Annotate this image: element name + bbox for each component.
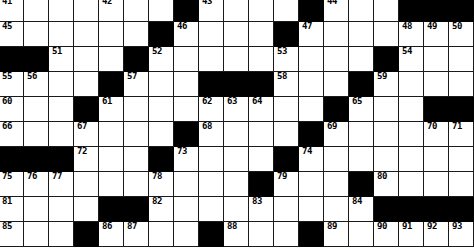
black-cell-r3-c4 <box>99 72 124 97</box>
cell-r9-c10[interactable] <box>249 222 274 247</box>
cell-r5-c3[interactable]: 67 <box>74 122 99 147</box>
cell-r1-c16[interactable]: 48 <box>399 22 424 47</box>
black-cell-r0-c18 <box>449 0 474 22</box>
cell-r2-c6[interactable]: 52 <box>149 47 174 72</box>
cell-r0-c13[interactable]: 44 <box>324 0 349 22</box>
cell-r4-c11[interactable] <box>274 97 299 122</box>
cell-r0-c1[interactable] <box>24 0 49 22</box>
cell-r5-c0[interactable]: 66 <box>0 122 24 147</box>
cell-r5-c4[interactable] <box>99 122 124 147</box>
cell-r9-c7[interactable] <box>174 222 199 247</box>
cell-r7-c7[interactable] <box>174 172 199 197</box>
cell-r5-c8[interactable]: 68 <box>199 122 224 147</box>
clue-number-72: 72 <box>77 147 87 156</box>
cell-r2-c3[interactable] <box>74 47 99 72</box>
cell-r5-c9[interactable] <box>224 122 249 147</box>
cell-r4-c14[interactable]: 65 <box>349 97 374 122</box>
clue-number-56: 56 <box>27 72 37 81</box>
black-cell-r4-c3 <box>74 97 99 122</box>
cell-r6-c4[interactable] <box>99 147 124 172</box>
clue-number-86: 86 <box>102 222 112 231</box>
cell-r1-c5[interactable] <box>124 22 149 47</box>
cell-r1-c2[interactable] <box>49 22 74 47</box>
black-cell-r7-c10 <box>249 172 274 197</box>
cell-r4-c0[interactable]: 60 <box>0 97 24 122</box>
cell-r9-c4[interactable]: 86 <box>99 222 124 247</box>
cell-r8-c1[interactable] <box>24 197 49 222</box>
cell-r6-c10[interactable] <box>249 147 274 172</box>
cell-r9-c6[interactable] <box>149 222 174 247</box>
cell-r6-c16[interactable] <box>399 147 424 172</box>
black-cell-r8-c15 <box>374 197 399 222</box>
cell-r2-c16[interactable]: 54 <box>399 47 424 72</box>
cell-r3-c13[interactable] <box>324 72 349 97</box>
cell-r3-c3[interactable] <box>74 72 99 97</box>
cell-r1-c8[interactable] <box>199 22 224 47</box>
cell-r9-c2[interactable] <box>49 222 74 247</box>
cell-r8-c9[interactable] <box>224 197 249 222</box>
black-cell-r1-c11 <box>274 22 299 47</box>
cell-r2-c7[interactable] <box>174 47 199 72</box>
black-cell-r5-c12 <box>299 122 324 147</box>
clue-number-80: 80 <box>377 172 387 181</box>
clue-number-59: 59 <box>377 72 387 81</box>
black-cell-r0-c12 <box>299 0 324 22</box>
cell-r6-c3[interactable]: 72 <box>74 147 99 172</box>
clue-number-57: 57 <box>127 72 137 81</box>
black-cell-r2-c15 <box>374 47 399 72</box>
cell-r0-c5[interactable] <box>124 0 149 22</box>
black-cell-r8-c18 <box>449 197 474 222</box>
cell-r1-c18[interactable]: 50 <box>449 22 474 47</box>
clue-number-52: 52 <box>152 47 162 56</box>
clue-number-92: 92 <box>427 222 437 231</box>
cell-r2-c4[interactable] <box>99 47 124 72</box>
cell-r8-c11[interactable] <box>274 197 299 222</box>
cell-r9-c5[interactable]: 87 <box>124 222 149 247</box>
cell-r3-c6[interactable] <box>149 72 174 97</box>
black-cell-r8-c5 <box>124 197 149 222</box>
cell-r0-c4[interactable]: 42 <box>99 0 124 22</box>
cell-r7-c13[interactable] <box>324 172 349 197</box>
cell-r5-c16[interactable] <box>399 122 424 147</box>
clue-number-68: 68 <box>202 122 212 131</box>
clue-number-58: 58 <box>277 72 287 81</box>
cell-r0-c3[interactable] <box>74 0 99 22</box>
crossword-grid: 4142434445464748495051525354555657585960… <box>0 0 474 247</box>
crossword-viewport: 4142434445464748495051525354555657585960… <box>0 0 474 248</box>
cell-r8-c0[interactable]: 81 <box>0 197 24 222</box>
black-cell-r2-c1 <box>24 47 49 72</box>
cell-r7-c9[interactable] <box>224 172 249 197</box>
cell-r1-c4[interactable] <box>99 22 124 47</box>
cell-r8-c12[interactable] <box>299 197 324 222</box>
cell-r6-c8[interactable] <box>199 147 224 172</box>
cell-r4-c2[interactable] <box>49 97 74 122</box>
cell-r8-c13[interactable] <box>324 197 349 222</box>
cell-r0-c15[interactable] <box>374 0 399 22</box>
black-cell-r6-c11 <box>274 147 299 172</box>
black-cell-r6-c6 <box>149 147 174 172</box>
cell-r5-c2[interactable] <box>49 122 74 147</box>
cell-r5-c17[interactable]: 70 <box>424 122 449 147</box>
clue-number-76: 76 <box>27 172 37 181</box>
cell-r2-c14[interactable] <box>349 47 374 72</box>
clue-number-93: 93 <box>452 222 462 231</box>
cell-r8-c2[interactable] <box>49 197 74 222</box>
cell-r6-c9[interactable] <box>224 147 249 172</box>
cell-r8-c6[interactable]: 82 <box>149 197 174 222</box>
cell-r0-c8[interactable]: 43 <box>199 0 224 22</box>
cell-r3-c11[interactable]: 58 <box>274 72 299 97</box>
cell-r2-c2[interactable]: 51 <box>49 47 74 72</box>
clue-number-55: 55 <box>2 72 12 81</box>
black-cell-r8-c17 <box>424 197 449 222</box>
cell-r6-c14[interactable] <box>349 147 374 172</box>
black-cell-r4-c17 <box>424 97 449 122</box>
cell-r7-c0[interactable]: 75 <box>0 172 24 197</box>
cell-r3-c16[interactable] <box>399 72 424 97</box>
cell-r2-c12[interactable] <box>299 47 324 72</box>
clue-number-82: 82 <box>152 197 162 206</box>
clue-number-90: 90 <box>377 222 387 231</box>
cell-r3-c17[interactable] <box>424 72 449 97</box>
cell-r8-c8[interactable] <box>199 197 224 222</box>
cell-r7-c6[interactable]: 78 <box>149 172 174 197</box>
cell-r9-c0[interactable]: 85 <box>0 222 24 247</box>
clue-number-84: 84 <box>352 197 362 206</box>
cell-r3-c0[interactable]: 55 <box>0 72 24 97</box>
black-cell-r4-c18 <box>449 97 474 122</box>
cell-r0-c6[interactable] <box>149 0 174 22</box>
black-cell-r1-c6 <box>149 22 174 47</box>
clue-number-78: 78 <box>152 172 162 181</box>
cell-r4-c5[interactable] <box>124 97 149 122</box>
cell-r1-c7[interactable]: 46 <box>174 22 199 47</box>
cell-r3-c18[interactable] <box>449 72 474 97</box>
clue-number-44: 44 <box>327 0 337 6</box>
cell-r3-c15[interactable]: 59 <box>374 72 399 97</box>
cell-r9-c15[interactable]: 90 <box>374 222 399 247</box>
clue-number-87: 87 <box>127 222 137 231</box>
cell-r8-c14[interactable]: 84 <box>349 197 374 222</box>
cell-r1-c13[interactable] <box>324 22 349 47</box>
cell-r4-c15[interactable] <box>374 97 399 122</box>
cell-r4-c16[interactable] <box>399 97 424 122</box>
clue-number-42: 42 <box>102 0 112 6</box>
cell-r4-c9[interactable]: 63 <box>224 97 249 122</box>
clue-number-77: 77 <box>52 172 62 181</box>
clue-number-47: 47 <box>302 22 312 31</box>
cell-r5-c1[interactable] <box>24 122 49 147</box>
cell-r3-c7[interactable] <box>174 72 199 97</box>
black-cell-r3-c10 <box>249 72 274 97</box>
clue-number-69: 69 <box>327 122 337 131</box>
cell-r6-c5[interactable] <box>124 147 149 172</box>
cell-r1-c0[interactable]: 45 <box>0 22 24 47</box>
cell-r2-c10[interactable] <box>249 47 274 72</box>
cell-r9-c1[interactable] <box>24 222 49 247</box>
cell-r2-c13[interactable] <box>324 47 349 72</box>
clue-number-71: 71 <box>452 122 462 131</box>
cell-r1-c1[interactable] <box>24 22 49 47</box>
black-cell-r6-c1 <box>24 147 49 172</box>
cell-r0-c0[interactable]: 41 <box>0 0 24 22</box>
cell-r6-c12[interactable]: 74 <box>299 147 324 172</box>
cell-r7-c3[interactable] <box>74 172 99 197</box>
cell-r6-c13[interactable] <box>324 147 349 172</box>
cell-r0-c2[interactable] <box>49 0 74 22</box>
cell-r5-c14[interactable] <box>349 122 374 147</box>
cell-r7-c2[interactable]: 77 <box>49 172 74 197</box>
clue-number-41: 41 <box>2 0 12 6</box>
cell-r4-c10[interactable]: 64 <box>249 97 274 122</box>
cell-r2-c18[interactable] <box>449 47 474 72</box>
cell-r7-c12[interactable] <box>299 172 324 197</box>
black-cell-r3-c8 <box>199 72 224 97</box>
cell-r2-c11[interactable]: 53 <box>274 47 299 72</box>
clue-number-50: 50 <box>452 22 462 31</box>
black-cell-r5-c7 <box>174 122 199 147</box>
black-cell-r6-c2 <box>49 147 74 172</box>
clue-number-85: 85 <box>2 222 12 231</box>
black-cell-r8-c4 <box>99 197 124 222</box>
clue-number-53: 53 <box>277 47 287 56</box>
clue-number-81: 81 <box>2 197 12 206</box>
cell-r5-c18[interactable]: 71 <box>449 122 474 147</box>
cell-r3-c5[interactable]: 57 <box>124 72 149 97</box>
cell-r4-c12[interactable] <box>299 97 324 122</box>
cell-r3-c12[interactable] <box>299 72 324 97</box>
cell-r7-c1[interactable]: 76 <box>24 172 49 197</box>
black-cell-r2-c0 <box>0 47 24 72</box>
cell-r9-c11[interactable] <box>274 222 299 247</box>
cell-r0-c14[interactable] <box>349 0 374 22</box>
clue-number-48: 48 <box>402 22 412 31</box>
black-cell-r6-c0 <box>0 147 24 172</box>
cell-r7-c18[interactable] <box>449 172 474 197</box>
clue-number-83: 83 <box>252 197 262 206</box>
cell-r2-c8[interactable] <box>199 47 224 72</box>
clue-number-63: 63 <box>227 97 237 106</box>
cell-r0-c11[interactable] <box>274 0 299 22</box>
cell-r8-c10[interactable]: 83 <box>249 197 274 222</box>
black-cell-r9-c8 <box>199 222 224 247</box>
clue-number-73: 73 <box>177 147 187 156</box>
cell-r5-c6[interactable] <box>149 122 174 147</box>
clue-number-70: 70 <box>427 122 437 131</box>
clue-number-46: 46 <box>177 22 187 31</box>
cell-r4-c6[interactable] <box>149 97 174 122</box>
black-cell-r0-c17 <box>424 0 449 22</box>
clue-number-79: 79 <box>277 172 287 181</box>
cell-r1-c10[interactable] <box>249 22 274 47</box>
cell-r1-c14[interactable] <box>349 22 374 47</box>
cell-r7-c5[interactable] <box>124 172 149 197</box>
cell-r7-c15[interactable]: 80 <box>374 172 399 197</box>
cell-r6-c17[interactable] <box>424 147 449 172</box>
cell-r2-c17[interactable] <box>424 47 449 72</box>
cell-r9-c13[interactable]: 89 <box>324 222 349 247</box>
clue-number-62: 62 <box>202 97 212 106</box>
cell-r9-c16[interactable]: 91 <box>399 222 424 247</box>
cell-r9-c18[interactable]: 93 <box>449 222 474 247</box>
clue-number-74: 74 <box>302 147 312 156</box>
cell-r1-c17[interactable]: 49 <box>424 22 449 47</box>
cell-r4-c8[interactable]: 62 <box>199 97 224 122</box>
cell-r3-c1[interactable]: 56 <box>24 72 49 97</box>
black-cell-r7-c14 <box>349 172 374 197</box>
cell-r4-c7[interactable] <box>174 97 199 122</box>
clue-number-60: 60 <box>2 97 12 106</box>
clue-number-89: 89 <box>327 222 337 231</box>
cell-r4-c1[interactable] <box>24 97 49 122</box>
cell-r9-c17[interactable]: 92 <box>424 222 449 247</box>
cell-r1-c3[interactable] <box>74 22 99 47</box>
clue-number-65: 65 <box>352 97 362 106</box>
cell-r0-c9[interactable] <box>224 0 249 22</box>
black-cell-r9-c12 <box>299 222 324 247</box>
clue-number-43: 43 <box>202 0 212 6</box>
black-cell-r8-c16 <box>399 197 424 222</box>
cell-r7-c17[interactable] <box>424 172 449 197</box>
cell-r5-c15[interactable] <box>374 122 399 147</box>
cell-r6-c18[interactable] <box>449 147 474 172</box>
cell-r1-c9[interactable] <box>224 22 249 47</box>
clue-number-88: 88 <box>227 222 237 231</box>
cell-r7-c8[interactable] <box>199 172 224 197</box>
clue-number-45: 45 <box>2 22 12 31</box>
clue-number-64: 64 <box>252 97 262 106</box>
clue-number-91: 91 <box>402 222 412 231</box>
black-cell-r0-c16 <box>399 0 424 22</box>
cell-r7-c4[interactable] <box>99 172 124 197</box>
clue-number-67: 67 <box>77 122 87 131</box>
cell-r6-c15[interactable] <box>374 147 399 172</box>
cell-r9-c9[interactable]: 88 <box>224 222 249 247</box>
clue-number-49: 49 <box>427 22 437 31</box>
cell-r5-c5[interactable] <box>124 122 149 147</box>
cell-r7-c16[interactable] <box>399 172 424 197</box>
black-cell-r0-c7 <box>174 0 199 22</box>
clue-number-51: 51 <box>52 47 62 56</box>
cell-r7-c11[interactable]: 79 <box>274 172 299 197</box>
cell-r4-c4[interactable]: 61 <box>99 97 124 122</box>
black-cell-r9-c3 <box>74 222 99 247</box>
clue-number-75: 75 <box>2 172 12 181</box>
clue-number-61: 61 <box>102 97 112 106</box>
cell-r3-c2[interactable] <box>49 72 74 97</box>
black-cell-r2-c5 <box>124 47 149 72</box>
black-cell-r3-c14 <box>349 72 374 97</box>
cell-r1-c12[interactable]: 47 <box>299 22 324 47</box>
black-cell-r3-c9 <box>224 72 249 97</box>
clue-number-66: 66 <box>2 122 12 131</box>
cell-r6-c7[interactable]: 73 <box>174 147 199 172</box>
cell-r9-c14[interactable] <box>349 222 374 247</box>
clue-number-54: 54 <box>402 47 412 56</box>
cell-r5-c11[interactable] <box>274 122 299 147</box>
cell-r0-c10[interactable] <box>249 0 274 22</box>
cell-r5-c13[interactable]: 69 <box>324 122 349 147</box>
cell-r8-c7[interactable] <box>174 197 199 222</box>
cell-r2-c9[interactable] <box>224 47 249 72</box>
cell-r5-c10[interactable] <box>249 122 274 147</box>
cell-r8-c3[interactable] <box>74 197 99 222</box>
cell-r1-c15[interactable] <box>374 22 399 47</box>
black-cell-r4-c13 <box>324 97 349 122</box>
